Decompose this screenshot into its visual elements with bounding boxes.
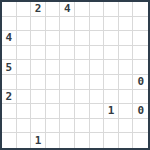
- cell-r6c4[interactable]: [60, 90, 75, 105]
- cell-r6c9[interactable]: [133, 90, 148, 105]
- cell-r2c7[interactable]: [104, 31, 119, 46]
- cell-r6c7[interactable]: [104, 90, 119, 105]
- cell-r2c2[interactable]: [31, 31, 46, 46]
- cell-r8c7[interactable]: [104, 119, 119, 134]
- cell-r1c6[interactable]: [90, 17, 105, 32]
- cell-r0c9[interactable]: [133, 2, 148, 17]
- cell-r4c3[interactable]: [46, 60, 61, 75]
- cell-r3c3[interactable]: [46, 46, 61, 61]
- cell-r7c7[interactable]: 1: [104, 104, 119, 119]
- cell-r2c3[interactable]: [46, 31, 61, 46]
- cell-r7c3[interactable]: [46, 104, 61, 119]
- cell-r6c0[interactable]: 2: [2, 90, 17, 105]
- cell-r2c9[interactable]: [133, 31, 148, 46]
- cell-r2c8[interactable]: [119, 31, 134, 46]
- cell-r0c1[interactable]: [17, 2, 32, 17]
- cell-r5c4[interactable]: [60, 75, 75, 90]
- cell-r9c8[interactable]: [119, 133, 134, 148]
- cell-r6c6[interactable]: [90, 90, 105, 105]
- cell-r7c6[interactable]: [90, 104, 105, 119]
- cell-r8c6[interactable]: [90, 119, 105, 134]
- cell-r6c2[interactable]: [31, 90, 46, 105]
- cell-r9c7[interactable]: [104, 133, 119, 148]
- cell-r7c4[interactable]: [60, 104, 75, 119]
- cell-r5c9[interactable]: 0: [133, 75, 148, 90]
- cell-r4c2[interactable]: [31, 60, 46, 75]
- cell-r4c7[interactable]: [104, 60, 119, 75]
- cell-r6c8[interactable]: [119, 90, 134, 105]
- cell-r8c0[interactable]: [2, 119, 17, 134]
- cell-r1c3[interactable]: [46, 17, 61, 32]
- cell-r4c5[interactable]: [75, 60, 90, 75]
- cell-r7c8[interactable]: [119, 104, 134, 119]
- cell-r2c5[interactable]: [75, 31, 90, 46]
- cell-r3c2[interactable]: [31, 46, 46, 61]
- cell-r6c3[interactable]: [46, 90, 61, 105]
- cell-r6c1[interactable]: [17, 90, 32, 105]
- cell-r5c2[interactable]: [31, 75, 46, 90]
- cell-r4c8[interactable]: [119, 60, 134, 75]
- cell-r3c9[interactable]: [133, 46, 148, 61]
- cell-r7c1[interactable]: [17, 104, 32, 119]
- cell-r1c2[interactable]: [31, 17, 46, 32]
- cell-r9c9[interactable]: [133, 133, 148, 148]
- cell-r4c1[interactable]: [17, 60, 32, 75]
- cell-r8c1[interactable]: [17, 119, 32, 134]
- cell-r1c8[interactable]: [119, 17, 134, 32]
- cell-r9c6[interactable]: [90, 133, 105, 148]
- cell-r4c6[interactable]: [90, 60, 105, 75]
- cell-r9c2[interactable]: 1: [31, 133, 46, 148]
- cell-r8c5[interactable]: [75, 119, 90, 134]
- cell-r1c7[interactable]: [104, 17, 119, 32]
- puzzle-board: 244502101: [0, 0, 150, 150]
- cell-r0c8[interactable]: [119, 2, 134, 17]
- cell-r0c0[interactable]: [2, 2, 17, 17]
- cell-r1c1[interactable]: [17, 17, 32, 32]
- cell-r1c9[interactable]: [133, 17, 148, 32]
- cell-r9c4[interactable]: [60, 133, 75, 148]
- cell-r7c5[interactable]: [75, 104, 90, 119]
- cell-r8c3[interactable]: [46, 119, 61, 134]
- cell-r2c6[interactable]: [90, 31, 105, 46]
- cell-r5c5[interactable]: [75, 75, 90, 90]
- cell-r5c0[interactable]: [2, 75, 17, 90]
- cell-r5c1[interactable]: [17, 75, 32, 90]
- cell-r9c3[interactable]: [46, 133, 61, 148]
- cell-r8c2[interactable]: [31, 119, 46, 134]
- cell-r5c6[interactable]: [90, 75, 105, 90]
- cell-r4c4[interactable]: [60, 60, 75, 75]
- cell-r3c7[interactable]: [104, 46, 119, 61]
- cell-r3c5[interactable]: [75, 46, 90, 61]
- cell-r3c1[interactable]: [17, 46, 32, 61]
- cell-r0c5[interactable]: [75, 2, 90, 17]
- cell-r0c3[interactable]: [46, 2, 61, 17]
- cell-r8c9[interactable]: [133, 119, 148, 134]
- cell-r5c3[interactable]: [46, 75, 61, 90]
- cell-r7c9[interactable]: 0: [133, 104, 148, 119]
- cell-r3c4[interactable]: [60, 46, 75, 61]
- cell-r0c2[interactable]: 2: [31, 2, 46, 17]
- cell-r3c6[interactable]: [90, 46, 105, 61]
- cell-r1c4[interactable]: [60, 17, 75, 32]
- cell-r0c4[interactable]: 4: [60, 2, 75, 17]
- cell-r2c1[interactable]: [17, 31, 32, 46]
- cell-r4c9[interactable]: [133, 60, 148, 75]
- cell-r3c8[interactable]: [119, 46, 134, 61]
- cell-r5c7[interactable]: [104, 75, 119, 90]
- cell-r1c0[interactable]: [2, 17, 17, 32]
- cell-r0c7[interactable]: [104, 2, 119, 17]
- cell-r1c5[interactable]: [75, 17, 90, 32]
- cell-r2c4[interactable]: [60, 31, 75, 46]
- cell-r3c0[interactable]: [2, 46, 17, 61]
- cell-r9c5[interactable]: [75, 133, 90, 148]
- cell-r6c5[interactable]: [75, 90, 90, 105]
- cell-r8c4[interactable]: [60, 119, 75, 134]
- cell-r4c0[interactable]: 5: [2, 60, 17, 75]
- cell-r9c1[interactable]: [17, 133, 32, 148]
- cell-r9c0[interactable]: [2, 133, 17, 148]
- cell-r0c6[interactable]: [90, 2, 105, 17]
- cell-r7c2[interactable]: [31, 104, 46, 119]
- cell-r8c8[interactable]: [119, 119, 134, 134]
- cell-r2c0[interactable]: 4: [2, 31, 17, 46]
- cell-r7c0[interactable]: [2, 104, 17, 119]
- cell-r5c8[interactable]: [119, 75, 134, 90]
